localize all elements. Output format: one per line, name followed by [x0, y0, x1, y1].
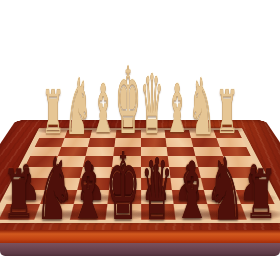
white-knight-g1: ♞: [64, 67, 91, 145]
white-rook-a1: ♜: [216, 82, 239, 142]
red-queen-d8: ♛: [141, 147, 173, 232]
red-rook-a8: ♜: [244, 160, 276, 228]
red-rook-h8: ♜: [3, 160, 35, 228]
red-knight-g8: ♞: [35, 146, 72, 232]
red-bishop-f8: ♝: [70, 152, 108, 231]
chess-set-photo: ♜♞♝♚♛♝♞♜♟♟♟♟♟♟♟♟♜♞♝♚♛♝♞♜♟: [0, 0, 280, 280]
red-knight-b8: ♞: [208, 146, 245, 232]
white-queen-d1: ♛: [141, 64, 164, 146]
white-bishop-c1: ♝: [164, 76, 190, 143]
pieces-layer: ♜♞♝♚♛♝♞♜♟♟♟♟♟♟♟♟♜♞♝♚♛♝♞♜♟: [0, 0, 280, 280]
white-rook-h1: ♜: [42, 82, 65, 142]
red-bishop-c8: ♝: [173, 152, 211, 231]
red-king-e8: ♚: [106, 140, 140, 233]
white-knight-b1: ♞: [188, 67, 215, 145]
